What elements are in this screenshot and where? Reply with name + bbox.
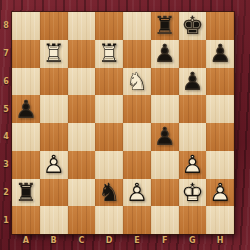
square-a2[interactable]: ♜♖ (12, 179, 40, 207)
square-e7[interactable] (123, 40, 151, 68)
rank-label-1: 1 (0, 206, 12, 234)
square-g5[interactable] (179, 95, 207, 123)
square-b3[interactable]: ♟♙ (40, 151, 68, 179)
square-b1[interactable] (40, 206, 68, 234)
black-rook: ♜♖ (151, 12, 179, 40)
white-knight: ♞♘ (123, 68, 151, 96)
white-pawn: ♟♙ (179, 151, 207, 179)
white-rook-outline-icon: ♖ (40, 40, 68, 68)
square-d2[interactable]: ♞♘ (95, 179, 123, 207)
square-f3[interactable] (151, 151, 179, 179)
square-e3[interactable] (123, 151, 151, 179)
black-knight-outline-icon: ♘ (95, 179, 123, 207)
square-g2[interactable]: ♚♔ (179, 179, 207, 207)
white-king: ♚♔ (179, 179, 207, 207)
black-king-outline-icon: ♔ (179, 12, 207, 40)
square-b6[interactable] (40, 68, 68, 96)
white-pawn-outline-icon: ♙ (123, 179, 151, 207)
square-a8[interactable] (12, 12, 40, 40)
square-d3[interactable] (95, 151, 123, 179)
black-pawn: ♟♙ (206, 40, 234, 68)
square-g4[interactable] (179, 123, 207, 151)
black-rook-outline-icon: ♖ (12, 179, 40, 207)
white-pawn-outline-icon: ♙ (179, 151, 207, 179)
square-f1[interactable] (151, 206, 179, 234)
square-d6[interactable] (95, 68, 123, 96)
square-e6[interactable]: ♞♘ (123, 68, 151, 96)
square-e5[interactable] (123, 95, 151, 123)
black-pawn: ♟♙ (151, 40, 179, 68)
white-pawn: ♟♙ (206, 179, 234, 207)
square-e1[interactable] (123, 206, 151, 234)
rank-label-7: 7 (0, 40, 12, 68)
square-g8[interactable]: ♚♔ (179, 12, 207, 40)
rank-label-4: 4 (0, 123, 12, 151)
file-label-d: D (95, 233, 123, 248)
square-h1[interactable] (206, 206, 234, 234)
square-a1[interactable] (12, 206, 40, 234)
white-knight-outline-icon: ♘ (123, 68, 151, 96)
black-pawn: ♟♙ (179, 68, 207, 96)
square-c2[interactable] (68, 179, 96, 207)
square-f8[interactable]: ♜♖ (151, 12, 179, 40)
file-label-a: A (12, 233, 40, 248)
square-c6[interactable] (68, 68, 96, 96)
white-pawn-outline-icon: ♙ (206, 179, 234, 207)
square-c3[interactable] (68, 151, 96, 179)
square-a5[interactable]: ♟♙ (12, 95, 40, 123)
black-pawn: ♟♙ (12, 95, 40, 123)
square-c4[interactable] (68, 123, 96, 151)
file-label-h: H (206, 233, 234, 248)
square-f5[interactable] (151, 95, 179, 123)
black-knight: ♞♘ (95, 179, 123, 207)
square-e4[interactable] (123, 123, 151, 151)
square-a4[interactable] (12, 123, 40, 151)
square-h7[interactable]: ♟♙ (206, 40, 234, 68)
file-label-e: E (123, 233, 151, 248)
square-a6[interactable] (12, 68, 40, 96)
chessboard-frame: ♜♖♚♔♜♖♜♖♟♙♟♙♞♘♟♙♟♙♟♙♟♙♟♙♜♖♞♘♟♙♚♔♟♙ 87654… (0, 0, 250, 250)
square-f4[interactable]: ♟♙ (151, 123, 179, 151)
file-label-b: B (40, 233, 68, 248)
square-d8[interactable] (95, 12, 123, 40)
square-f2[interactable] (151, 179, 179, 207)
file-label-f: F (151, 233, 179, 248)
square-b4[interactable] (40, 123, 68, 151)
square-h6[interactable] (206, 68, 234, 96)
file-labels: ABCDEFGH (12, 233, 234, 248)
square-b7[interactable]: ♜♖ (40, 40, 68, 68)
square-a3[interactable] (12, 151, 40, 179)
white-pawn: ♟♙ (40, 151, 68, 179)
square-d4[interactable] (95, 123, 123, 151)
square-h5[interactable] (206, 95, 234, 123)
square-c5[interactable] (68, 95, 96, 123)
black-pawn: ♟♙ (151, 123, 179, 151)
square-b8[interactable] (40, 12, 68, 40)
square-g6[interactable]: ♟♙ (179, 68, 207, 96)
square-e8[interactable] (123, 12, 151, 40)
rank-label-3: 3 (0, 151, 12, 179)
black-rook: ♜♖ (12, 179, 40, 207)
white-king-outline-icon: ♔ (179, 179, 207, 207)
white-pawn: ♟♙ (123, 179, 151, 207)
file-label-c: C (68, 233, 96, 248)
rank-label-2: 2 (0, 179, 12, 207)
square-h3[interactable] (206, 151, 234, 179)
white-pawn-outline-icon: ♙ (40, 151, 68, 179)
file-label-g: G (179, 233, 207, 248)
square-d7[interactable]: ♜♖ (95, 40, 123, 68)
black-pawn-outline-icon: ♙ (206, 40, 234, 68)
square-c1[interactable] (68, 206, 96, 234)
square-e2[interactable]: ♟♙ (123, 179, 151, 207)
black-pawn-outline-icon: ♙ (151, 40, 179, 68)
rank-label-6: 6 (0, 68, 12, 96)
square-d1[interactable] (95, 206, 123, 234)
square-h2[interactable]: ♟♙ (206, 179, 234, 207)
black-pawn-outline-icon: ♙ (179, 68, 207, 96)
white-rook: ♜♖ (95, 40, 123, 68)
rank-labels: 87654321 (0, 12, 12, 234)
square-f6[interactable] (151, 68, 179, 96)
square-b2[interactable] (40, 179, 68, 207)
square-b5[interactable] (40, 95, 68, 123)
square-g7[interactable] (179, 40, 207, 68)
white-rook-outline-icon: ♖ (95, 40, 123, 68)
black-king: ♚♔ (179, 12, 207, 40)
black-pawn-outline-icon: ♙ (12, 95, 40, 123)
square-a7[interactable] (12, 40, 40, 68)
white-rook: ♜♖ (40, 40, 68, 68)
square-d5[interactable] (95, 95, 123, 123)
square-g3[interactable]: ♟♙ (179, 151, 207, 179)
rank-label-5: 5 (0, 95, 12, 123)
square-f7[interactable]: ♟♙ (151, 40, 179, 68)
square-g1[interactable] (179, 206, 207, 234)
black-rook-outline-icon: ♖ (151, 12, 179, 40)
rank-label-8: 8 (0, 12, 12, 40)
chess-board: ♜♖♚♔♜♖♜♖♟♙♟♙♞♘♟♙♟♙♟♙♟♙♟♙♜♖♞♘♟♙♚♔♟♙ (12, 12, 234, 234)
square-c7[interactable] (68, 40, 96, 68)
black-pawn-outline-icon: ♙ (151, 123, 179, 151)
square-h4[interactable] (206, 123, 234, 151)
square-h8[interactable] (206, 12, 234, 40)
square-c8[interactable] (68, 12, 96, 40)
